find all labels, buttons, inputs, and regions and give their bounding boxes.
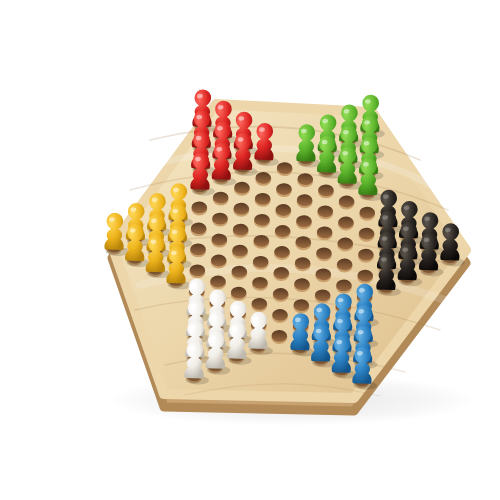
product-photo	[0, 0, 500, 500]
chinese-checkers-board	[0, 0, 500, 500]
